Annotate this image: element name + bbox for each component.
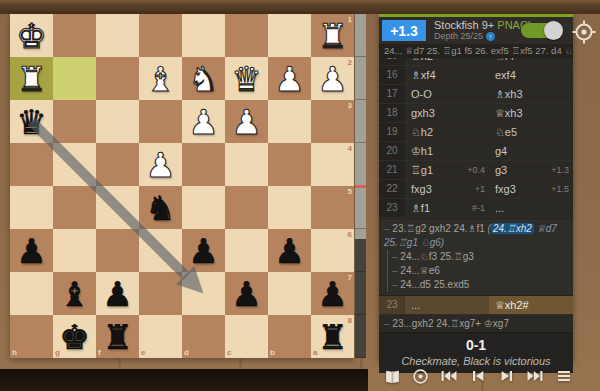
square-b7[interactable] (268, 272, 311, 315)
piece-black-rook[interactable]: ♜ (96, 315, 139, 358)
rank-label-2: 2 (348, 58, 352, 67)
move-san[interactable]: exf4 (495, 66, 516, 84)
rank-label-7: 7 (348, 273, 352, 282)
square-f7[interactable]: ♟ (96, 272, 139, 315)
piece-black-knight[interactable]: ♞ (139, 186, 182, 229)
piece-black-pawn[interactable]: ♟ (268, 229, 311, 272)
piece-black-pawn[interactable]: ♟ (225, 272, 268, 315)
square-e4[interactable]: ♟ (139, 143, 182, 186)
file-label-f: f (98, 348, 101, 357)
square-g1[interactable] (53, 14, 96, 57)
piece-white-king[interactable]: ♚ (10, 14, 53, 57)
square-h1[interactable]: ♚ (10, 14, 53, 57)
move-eval: +1 (475, 180, 485, 198)
move-san[interactable]: ♘f4 (495, 58, 514, 65)
square-h6[interactable]: ♟ (10, 229, 53, 272)
move-san[interactable]: ♘e5 (495, 123, 517, 141)
rank-label-3: 3 (348, 101, 352, 110)
file-label-a: a (313, 348, 317, 357)
move-san[interactable]: ... (495, 199, 504, 217)
variation-group: 24...♘f3 25.♖g324...♕e624...d5 25.exd5 (387, 250, 569, 292)
square-a4[interactable]: 4 (311, 143, 354, 186)
piece-black-bishop[interactable]: ♝ (53, 272, 96, 315)
square-d3[interactable]: ♟ (182, 100, 225, 143)
square-e7[interactable] (139, 272, 182, 315)
cloud-info-icon[interactable]: ↑ (486, 32, 495, 41)
square-d5[interactable] (182, 186, 225, 229)
move-row-16: 16♗xf4exf4 (379, 66, 573, 85)
move-row-23: 23♗f1#-1... (379, 199, 573, 218)
rank-label-5: 5 (348, 187, 352, 196)
variation-main-line[interactable]: 23.♖g2 gxh2 24.♗f1 (24.♖xh2 ♕d7 25.♖g1 ♘… (384, 222, 569, 250)
move-23-white[interactable]: ♗f1#-1 (405, 199, 489, 217)
engine-toggle[interactable] (521, 23, 561, 38)
move-san[interactable]: ♗xh3 (495, 85, 523, 103)
move-san[interactable]: g4 (495, 142, 507, 160)
square-g7[interactable]: ♝ (53, 272, 96, 315)
move-san[interactable]: ♘h2 (411, 123, 433, 141)
move-eval: +1.3 (551, 161, 569, 179)
eval-gauge (355, 14, 366, 358)
square-c2[interactable]: ♛ (225, 57, 268, 100)
square-d1[interactable] (182, 14, 225, 57)
move-row-17: 17O-O♗xh3 (379, 85, 573, 104)
previous-move-button[interactable] (468, 366, 488, 386)
bottom-dark-strip (0, 369, 368, 391)
square-d8[interactable]: d (182, 315, 225, 358)
current-variation-move[interactable]: 24.♖xh2 (491, 223, 534, 234)
next-move-button[interactable] (497, 366, 517, 386)
wood-top-strip (0, 0, 600, 14)
move-17-black[interactable]: ♗xh3 (489, 85, 573, 103)
square-b1[interactable] (268, 14, 311, 57)
square-d4[interactable] (182, 143, 225, 186)
engine-header: +1.3 Stockfish 9+ PNACL Depth 25/25 ↑ (379, 17, 573, 44)
piece-white-pawn[interactable]: ♟ (225, 100, 268, 143)
move-san[interactable]: fxg3 (411, 180, 432, 198)
square-e2[interactable]: ♝ (139, 57, 182, 100)
file-label-e: e (141, 348, 145, 357)
square-c8[interactable]: c (225, 315, 268, 358)
move-san[interactable]: ♗xf4 (411, 66, 436, 84)
opening-book-icon[interactable] (382, 366, 402, 386)
move-row-18: 18gxh3♕xh3 (379, 104, 573, 123)
square-d7[interactable] (182, 272, 225, 315)
move-number: 17 (379, 85, 405, 103)
file-label-g: g (55, 348, 60, 357)
move-23-white-ellipsis[interactable]: ... (405, 296, 489, 314)
square-a6[interactable]: 6 (311, 229, 354, 272)
file-label-c: c (227, 348, 231, 357)
move-number: 18 (379, 104, 405, 122)
square-b2[interactable]: ♟ (268, 57, 311, 100)
first-move-button[interactable] (439, 366, 459, 386)
move-21-white[interactable]: ♖g1+0.4 (405, 161, 489, 179)
piece-white-queen[interactable]: ♛ (225, 57, 268, 100)
move-san[interactable]: O-O (411, 85, 432, 103)
move-number: 23 (379, 199, 405, 217)
move-16-white[interactable]: ♗xf4 (405, 66, 489, 84)
move-eval: #-1 (472, 199, 485, 217)
move-number: 23 (379, 296, 405, 314)
engine-panel: +1.3 Stockfish 9+ PNACL Depth 25/25 ↑ 24… (379, 14, 573, 362)
eval-score: +1.3 (382, 20, 426, 41)
last-move-button[interactable] (525, 366, 545, 386)
engine-name: Stockfish 9+ (434, 19, 494, 31)
move-20-white[interactable]: ♔h1 (405, 142, 489, 160)
variation-line-2[interactable]: 24...♕e6 (392, 264, 569, 278)
square-f3[interactable] (96, 100, 139, 143)
move-20-black[interactable]: g4 (489, 142, 573, 160)
piece-black-pawn[interactable]: ♟ (10, 229, 53, 272)
square-a5[interactable]: 5 (311, 186, 354, 229)
move-number: 22 (379, 180, 405, 198)
square-g6[interactable] (53, 229, 96, 272)
move-15-black[interactable]: ♘f4 (489, 58, 573, 65)
piece-black-queen[interactable]: ♛ (10, 100, 53, 143)
square-g5[interactable] (53, 186, 96, 229)
square-d2[interactable]: ♞ (182, 57, 225, 100)
move-18-black[interactable]: ♕xh3 (489, 104, 573, 122)
move-san[interactable]: fxg3 (495, 180, 516, 198)
file-label-d: d (184, 348, 189, 357)
variation-moves[interactable]: 23.♖g2 gxh2 24.♗f1 (392, 223, 487, 234)
move-san[interactable]: ♕xh3 (495, 104, 523, 122)
move-row-21: 21♖g1+0.4g3+1.3 (379, 161, 573, 180)
square-a7[interactable]: ♟7 (311, 272, 354, 315)
square-h8[interactable]: h (10, 315, 53, 358)
analysis-toolbar (382, 364, 574, 388)
square-e8[interactable]: e (139, 315, 182, 358)
square-h2[interactable]: ♜ (10, 57, 53, 100)
square-a1[interactable]: ♜1 (311, 14, 354, 57)
square-e3[interactable] (139, 100, 182, 143)
rank-label-6: 6 (348, 230, 352, 239)
square-c7[interactable]: ♟ (225, 272, 268, 315)
square-g4[interactable] (53, 143, 96, 186)
move-eval: +0.4 (467, 161, 485, 179)
eval-gauge-midline (355, 185, 366, 188)
square-h3[interactable]: ♛ (10, 100, 53, 143)
move-19-white[interactable]: ♘h2 (405, 123, 489, 141)
move-19-black[interactable]: ♘e5 (489, 123, 573, 141)
square-b5[interactable] (268, 186, 311, 229)
square-b8[interactable]: b (268, 315, 311, 358)
file-label-b: b (270, 348, 275, 357)
square-f8[interactable]: ♜f (96, 315, 139, 358)
variation-block: 23.♖g2 gxh2 24.♗f1 (24.♖xh2 ♕d7 25.♖g1 ♘… (379, 218, 573, 296)
piece-white-pawn[interactable]: ♟ (139, 143, 182, 186)
variation-line-3[interactable]: 24...d5 25.exd5 (392, 278, 569, 292)
square-h7[interactable] (10, 272, 53, 315)
target-icon[interactable] (411, 366, 431, 386)
move-row-15: 15♗h2♘f4 (379, 58, 573, 66)
square-a3[interactable]: 3 (311, 100, 354, 143)
move-row-current: 23...♕xh2# (379, 296, 573, 315)
file-label-h: h (12, 348, 17, 357)
depth-label: Depth 25/25 (434, 31, 483, 42)
move-number: 16 (379, 66, 405, 84)
square-e6[interactable] (139, 229, 182, 272)
square-c6[interactable] (225, 229, 268, 272)
square-h4[interactable] (10, 143, 53, 186)
move-san[interactable]: ♔h1 (411, 142, 433, 160)
square-e1[interactable] (139, 14, 182, 57)
move-number: 15 (379, 58, 405, 65)
move-san[interactable]: ♗f1 (411, 199, 430, 217)
square-g2[interactable] (53, 57, 96, 100)
piece-white-rook[interactable]: ♜ (10, 57, 53, 100)
square-c5[interactable] (225, 186, 268, 229)
piece-white-pawn[interactable]: ♟ (268, 57, 311, 100)
move-23-black-mate[interactable]: ♕xh2# (489, 296, 573, 314)
piece-black-pawn[interactable]: ♟ (182, 229, 225, 272)
piece-white-pawn[interactable]: ♟ (182, 100, 225, 143)
move-san[interactable]: g3 (495, 161, 507, 179)
square-c3[interactable]: ♟ (225, 100, 268, 143)
move-22-black[interactable]: fxg3+1.5 (489, 180, 573, 198)
move-list: 15♗h2♘f416♗xf4exf417O-O♗xh318gxh3♕xh319♘… (379, 58, 573, 332)
move-row-22: 22fxg3+1fxg3+1.5 (379, 180, 573, 199)
square-b4[interactable] (268, 143, 311, 186)
move-15-white[interactable]: ♗h2 (405, 58, 489, 65)
move-number: 20 (379, 142, 405, 160)
move-16-black[interactable]: exf4 (489, 66, 573, 84)
square-h5[interactable] (10, 186, 53, 229)
square-c1[interactable] (225, 14, 268, 57)
square-d6[interactable]: ♟ (182, 229, 225, 272)
crosshair-icon[interactable] (571, 19, 597, 45)
piece-black-pawn[interactable]: ♟ (96, 272, 139, 315)
square-a2[interactable]: ♟2 (311, 57, 354, 100)
piece-white-bishop[interactable]: ♝ (139, 57, 182, 100)
square-e5[interactable]: ♞ (139, 186, 182, 229)
rank-label-4: 4 (348, 144, 352, 153)
toggle-knob[interactable] (544, 21, 563, 40)
move-number: 19 (379, 123, 405, 141)
move-row-19: 19♘h2♘e5 (379, 123, 573, 142)
move-21-black[interactable]: g3+1.3 (489, 161, 573, 179)
square-f1[interactable] (96, 14, 139, 57)
rank-label-8: 8 (348, 316, 352, 325)
square-f2[interactable] (96, 57, 139, 100)
square-g8[interactable]: ♚g (53, 315, 96, 358)
move-17-white[interactable]: O-O (405, 85, 489, 103)
game-result: 0-1 (379, 336, 573, 354)
post-variation-line[interactable]: 23...gxh2 24.♖xg7+ ♔xg7 (379, 315, 573, 332)
square-f4[interactable] (96, 143, 139, 186)
square-b3[interactable] (268, 100, 311, 143)
engine-pv-line[interactable]: 24... ♕d7 25. ♖g1 f5 26. exf5 ♖xf5 27. d… (379, 44, 573, 58)
square-f6[interactable] (96, 229, 139, 272)
move-23-black[interactable]: ... (489, 199, 573, 217)
square-b6[interactable]: ♟ (268, 229, 311, 272)
chess-board: ♚♜1♜♝♞♛♟♟2♛♟♟3♟4♞5♟♟♟6♝♟♟♟7h♚g♜fedcb♜8a (10, 14, 354, 358)
variation-line-1[interactable]: 24...♘f3 25.♖g3 (392, 250, 569, 264)
move-eval: +1.5 (551, 180, 569, 198)
square-f5[interactable] (96, 186, 139, 229)
square-a8[interactable]: ♜8a (311, 315, 354, 358)
move-number: 21 (379, 161, 405, 179)
piece-white-knight[interactable]: ♞ (182, 57, 225, 100)
rank-label-1: 1 (348, 15, 352, 24)
move-san[interactable]: ♗h2 (411, 58, 433, 65)
menu-icon[interactable] (554, 366, 574, 386)
move-san[interactable]: ♖g1 (411, 161, 433, 179)
square-c4[interactable] (225, 143, 268, 186)
move-18-white[interactable]: gxh3 (405, 104, 489, 122)
move-row-20: 20♔h1g4 (379, 142, 573, 161)
move-22-white[interactable]: fxg3+1 (405, 180, 489, 198)
move-san[interactable]: gxh3 (411, 104, 435, 122)
square-g3[interactable] (53, 100, 96, 143)
